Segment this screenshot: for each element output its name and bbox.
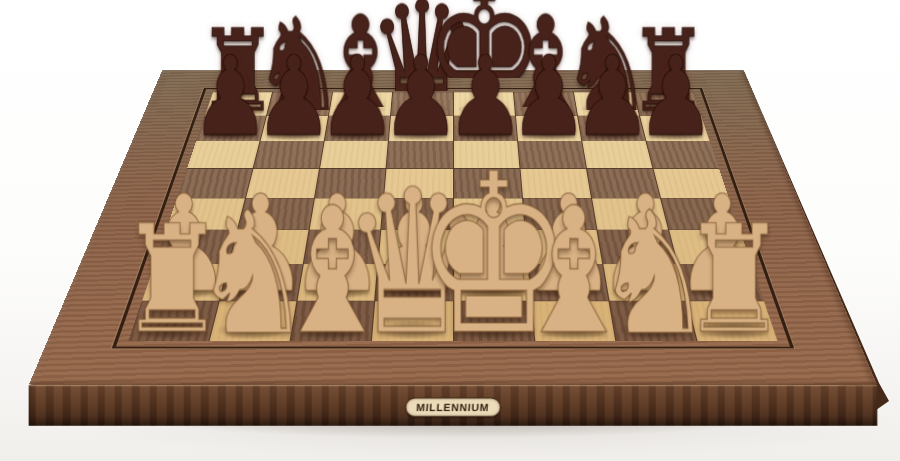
square-a6 [187, 141, 260, 168]
square-h1: ♜ [687, 301, 777, 341]
square-g6 [582, 141, 652, 168]
board-grid: ♜♞♝♛♚♝♞♜♟♟♟♟♟♟♟♟♟♟♟♟♟♟♟♟♜♞♝♛♚♝♞♜ [128, 92, 777, 341]
perspective-stage: ♜♞♝♛♚♝♞♜♟♟♟♟♟♟♟♟♟♟♟♟♟♟♟♟♜♞♝♛♚♝♞♜ MILLENN… [108, 0, 798, 461]
brand-badge: MILLENNIUM [405, 397, 501, 417]
brand-badge-label: MILLENNIUM [416, 400, 490, 412]
piece-black-pawn: ♟ [636, 42, 715, 152]
square-b6 [254, 141, 324, 168]
square-h6 [646, 141, 719, 168]
chessboard-product-photo: ♜♞♝♛♚♝♞♜♟♟♟♟♟♟♟♟♟♟♟♟♟♟♟♟♜♞♝♛♚♝♞♜ MILLENN… [0, 0, 900, 461]
board-front-edge-face: MILLENNIUM [29, 385, 878, 426]
chess-board: ♜♞♝♛♚♝♞♜♟♟♟♟♟♟♟♟♟♟♟♟♟♟♟♟♜♞♝♛♚♝♞♜ MILLENN… [29, 70, 878, 385]
square-h7: ♟ [640, 116, 710, 141]
